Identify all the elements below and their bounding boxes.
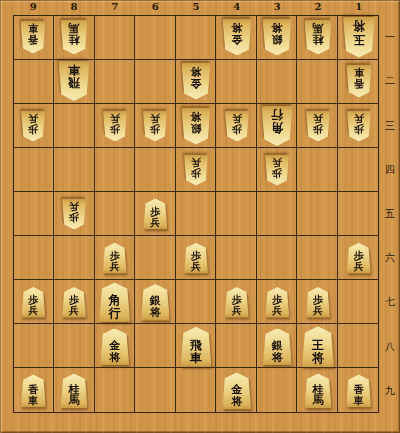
piece-sente-silver-38[interactable]: 銀将 [263,328,292,365]
board-cell-5-5[interactable] [176,192,216,236]
koma-face: 歩兵 [184,243,208,274]
piece-gote-pawn-73[interactable]: 歩兵 [103,110,127,141]
piece-sente-knight-89[interactable]: 桂馬 [61,373,88,408]
koma-face: 歩兵 [306,287,330,318]
koma-face: 銀将 [263,328,292,365]
piece-gote-pawn-23[interactable]: 歩兵 [306,110,330,141]
board-cell-2-2[interactable] [297,60,337,104]
piece-gote-knight-21[interactable]: 桂馬 [305,20,332,55]
koma-face: 金将 [182,63,211,100]
koma-face: 歩兵 [347,243,371,274]
koma-face: 歩兵 [347,110,371,141]
piece-gote-rook-82[interactable]: 飛車 [59,61,90,101]
rank-label-2: 二 [381,59,399,103]
board-cell-4-6[interactable] [216,236,256,280]
piece-sente-knight-29[interactable]: 桂馬 [305,373,332,408]
rank-label-9: 九 [381,369,399,413]
piece-gote-pawn-85[interactable]: 歩兵 [62,199,86,230]
file-label-8: 8 [54,0,95,15]
board-cell-4-8[interactable] [216,324,256,368]
koma-face: 桂馬 [61,373,88,408]
file-label-7: 7 [94,0,135,15]
koma-face: 王将 [302,326,334,367]
koma-face: 玉将 [343,17,375,58]
koma-face: 歩兵 [184,154,208,185]
piece-gote-lance-12[interactable]: 香車 [346,65,371,98]
koma-face: 飛車 [59,61,90,101]
board-cell-8-8[interactable] [54,324,94,368]
koma-face: 飛車 [181,327,212,367]
board-cell-6-9[interactable] [135,368,175,412]
board-cell-5-7[interactable] [176,280,216,324]
piece-sente-king-28[interactable]: 王将 [302,326,334,367]
koma-face: 歩兵 [143,110,167,141]
piece-gote-pawn-54[interactable]: 歩兵 [184,154,208,185]
piece-gote-silver-31[interactable]: 銀将 [263,19,292,56]
rank-label-5: 五 [381,192,399,236]
board-cell-3-5[interactable] [257,192,297,236]
board-cell-1-8[interactable] [338,324,378,368]
koma-face: 金将 [222,19,251,56]
rank-label-7: 七 [381,280,399,324]
koma-face: 歩兵 [103,243,127,274]
piece-sente-pawn-37[interactable]: 歩兵 [265,287,289,318]
koma-face: 歩兵 [265,287,289,318]
board-cell-1-4[interactable] [338,148,378,192]
board-cell-6-8[interactable] [135,324,175,368]
koma-face: 歩兵 [103,110,127,141]
koma-face: 歩兵 [21,110,45,141]
board-cell-7-4[interactable] [95,148,135,192]
board-cell-7-9[interactable] [95,368,135,412]
koma-face: 歩兵 [265,154,289,185]
board-cell-2-5[interactable] [297,192,337,236]
rank-label-6: 六 [381,236,399,280]
koma-face: 桂馬 [305,20,332,55]
piece-sente-pawn-76[interactable]: 歩兵 [103,243,127,274]
piece-sente-pawn-87[interactable]: 歩兵 [62,287,86,318]
koma-face: 金将 [222,372,251,409]
piece-sente-pawn-56[interactable]: 歩兵 [184,243,208,274]
board-cell-9-2[interactable] [14,60,54,104]
piece-sente-gold-78[interactable]: 金将 [100,328,129,365]
board-cell-4-4[interactable] [216,148,256,192]
piece-gote-gold-41[interactable]: 金将 [222,19,251,56]
piece-sente-pawn-16[interactable]: 歩兵 [347,243,371,274]
piece-sente-pawn-47[interactable]: 歩兵 [225,287,249,318]
piece-sente-bishop-77[interactable]: 角行 [99,282,130,322]
board-cell-6-4[interactable] [135,148,175,192]
file-label-2: 2 [298,0,339,15]
rank-coordinate-labels: 一二三四五六七八九 [381,15,399,413]
file-label-4: 4 [216,0,257,15]
koma-face: 銀将 [182,107,211,144]
koma-face: 香車 [346,65,371,98]
koma-face: 銀将 [263,19,292,56]
koma-face: 角行 [262,106,293,146]
koma-face: 歩兵 [306,110,330,141]
board-cell-3-2[interactable] [257,60,297,104]
board-cell-9-8[interactable] [14,324,54,368]
piece-sente-pawn-27[interactable]: 歩兵 [306,287,330,318]
koma-face: 歩兵 [21,287,45,318]
piece-gote-bishop-33[interactable]: 角行 [262,106,293,146]
file-coordinate-labels: 987654321 [13,0,379,15]
board-cell-3-6[interactable] [257,236,297,280]
piece-gote-lance-91[interactable]: 香車 [21,21,46,54]
board-cell-8-4[interactable] [54,148,94,192]
piece-gote-knight-81[interactable]: 桂馬 [61,20,88,55]
board-cell-9-6[interactable] [14,236,54,280]
piece-sente-gold-49[interactable]: 金将 [222,372,251,409]
rank-label-8: 八 [381,325,399,369]
piece-gote-pawn-93[interactable]: 歩兵 [21,110,45,141]
koma-face: 金将 [100,328,129,365]
piece-sente-silver-67[interactable]: 銀将 [141,284,170,321]
koma-face: 角行 [99,282,130,322]
piece-gote-pawn-43[interactable]: 歩兵 [225,110,249,141]
board-cell-7-5[interactable] [95,192,135,236]
board-cell-8-6[interactable] [54,236,94,280]
board-cell-7-2[interactable] [95,60,135,104]
piece-gote-gold-52[interactable]: 金将 [182,63,211,100]
board-cell-6-2[interactable] [135,60,175,104]
file-label-9: 9 [13,0,54,15]
piece-sente-rook-58[interactable]: 飛車 [181,327,212,367]
file-label-1: 1 [338,0,379,15]
shogi-board-screenshot: 987654321 一二三四五六七八九 香車桂馬金将銀将桂馬玉将飛車金将香車歩兵… [0,0,400,433]
board-cell-2-6[interactable] [297,236,337,280]
piece-sente-lance-19[interactable]: 香車 [346,374,371,407]
board-cell-1-5[interactable] [338,192,378,236]
koma-face: 桂馬 [61,20,88,55]
board-cell-1-7[interactable] [338,280,378,324]
board-cell-7-1[interactable] [95,16,135,60]
piece-gote-pawn-63[interactable]: 歩兵 [143,110,167,141]
board-cell-2-4[interactable] [297,148,337,192]
koma-face: 歩兵 [62,287,86,318]
board-cell-6-6[interactable] [135,236,175,280]
piece-sente-pawn-65[interactable]: 歩兵 [143,199,167,230]
rank-label-3: 三 [381,103,399,147]
file-label-5: 5 [176,0,217,15]
koma-face: 銀将 [141,284,170,321]
board-cell-3-9[interactable] [257,368,297,412]
piece-gote-silver-53[interactable]: 銀将 [182,107,211,144]
koma-face: 歩兵 [225,287,249,318]
koma-face: 香車 [21,374,46,407]
board-cell-4-5[interactable] [216,192,256,236]
board-cell-9-5[interactable] [14,192,54,236]
koma-face: 歩兵 [62,199,86,230]
piece-gote-pawn-13[interactable]: 歩兵 [347,110,371,141]
koma-face: 歩兵 [143,199,167,230]
file-label-6: 6 [135,0,176,15]
rank-label-1: 一 [381,15,399,59]
board-cell-4-2[interactable] [216,60,256,104]
koma-face: 歩兵 [225,110,249,141]
koma-face: 香車 [346,374,371,407]
board-cell-6-1[interactable] [135,16,175,60]
file-label-3: 3 [257,0,298,15]
koma-face: 香車 [21,21,46,54]
board-cell-5-9[interactable] [176,368,216,412]
piece-sente-lance-99[interactable]: 香車 [21,374,46,407]
board-cell-8-3[interactable] [54,104,94,148]
board-cell-5-1[interactable] [176,16,216,60]
piece-gote-pawn-34[interactable]: 歩兵 [265,154,289,185]
rank-label-4: 四 [381,148,399,192]
koma-face: 桂馬 [305,373,332,408]
board-cell-9-4[interactable] [14,148,54,192]
piece-sente-pawn-97[interactable]: 歩兵 [21,287,45,318]
piece-gote-king-11[interactable]: 玉将 [343,17,375,58]
